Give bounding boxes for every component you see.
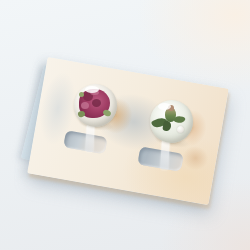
rose-petal-highlight: [81, 102, 89, 109]
resin-highlight: [158, 103, 171, 110]
pearl-bubble: [177, 126, 184, 133]
product-photo: [0, 0, 250, 250]
left-earring-post: [85, 124, 94, 152]
dried-leaf: [162, 120, 172, 131]
resin-highlight: [85, 86, 99, 93]
right-earring-bud-ball: [150, 100, 193, 143]
leaf-fleck: [102, 109, 112, 118]
rose-petal-fold: [92, 99, 101, 107]
earring-display-card: [27, 57, 229, 205]
right-earring-post: [160, 140, 170, 170]
left-earring-rose-ball: [74, 84, 117, 127]
leaf-fleck: [79, 92, 84, 97]
warm-shadow-right-slot: [180, 144, 210, 172]
